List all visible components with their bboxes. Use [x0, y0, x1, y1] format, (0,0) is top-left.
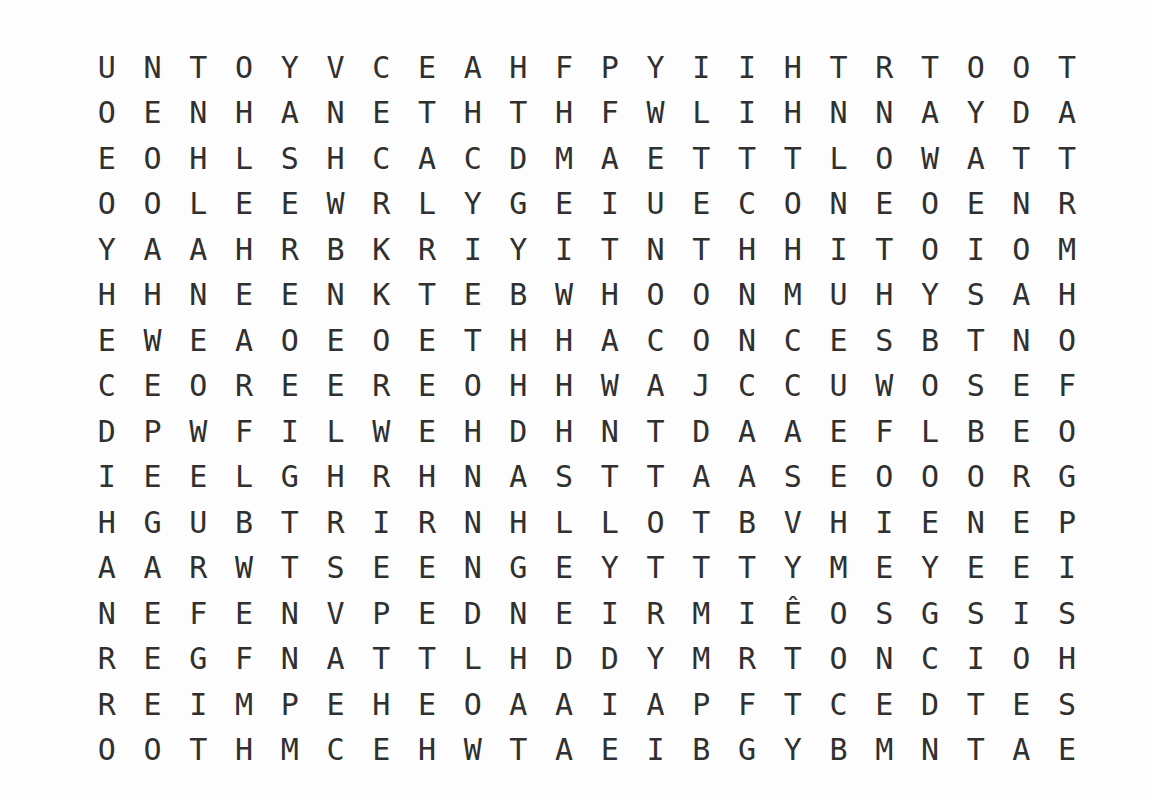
grid-cell[interactable]: H — [130, 273, 176, 319]
grid-cell[interactable]: T — [953, 682, 999, 728]
grid-cell[interactable]: Ê — [770, 591, 816, 637]
grid-cell[interactable]: T — [267, 500, 313, 546]
grid-cell[interactable]: A — [313, 637, 359, 683]
grid-cell[interactable]: A — [953, 136, 999, 182]
grid-cell[interactable]: D — [587, 637, 633, 683]
grid-cell[interactable]: S — [541, 455, 587, 501]
grid-cell[interactable]: T — [953, 728, 999, 774]
grid-cell[interactable]: H — [496, 45, 542, 91]
grid-cell[interactable]: I — [1044, 546, 1090, 592]
grid-cell[interactable]: I — [358, 500, 404, 546]
grid-cell[interactable]: R — [1044, 182, 1090, 228]
grid-cell[interactable]: O — [678, 273, 724, 319]
grid-cell[interactable]: L — [907, 409, 953, 455]
grid-cell[interactable]: A — [496, 682, 542, 728]
grid-cell[interactable]: H — [221, 227, 267, 273]
grid-cell[interactable]: K — [358, 227, 404, 273]
grid-cell[interactable]: L — [678, 91, 724, 137]
grid-cell[interactable]: E — [541, 591, 587, 637]
grid-cell[interactable]: T — [587, 455, 633, 501]
grid-cell[interactable]: F — [724, 682, 770, 728]
grid-cell[interactable]: E — [541, 182, 587, 228]
grid-cell[interactable]: S — [770, 455, 816, 501]
grid-cell[interactable]: O — [953, 455, 999, 501]
grid-cell[interactable]: E — [816, 318, 862, 364]
grid-cell[interactable]: D — [496, 136, 542, 182]
grid-cell[interactable]: T — [953, 318, 999, 364]
grid-cell[interactable]: N — [313, 91, 359, 137]
grid-cell[interactable]: C — [770, 364, 816, 410]
grid-cell[interactable]: T — [816, 45, 862, 91]
grid-cell[interactable]: N — [816, 91, 862, 137]
grid-cell[interactable]: O — [175, 364, 221, 410]
grid-cell[interactable]: M — [1044, 227, 1090, 273]
grid-cell[interactable]: O — [84, 728, 130, 774]
grid-cell[interactable]: I — [175, 682, 221, 728]
grid-cell[interactable]: R — [313, 500, 359, 546]
grid-cell[interactable]: O — [84, 182, 130, 228]
grid-cell[interactable]: A — [724, 455, 770, 501]
grid-cell[interactable]: D — [907, 682, 953, 728]
grid-cell[interactable]: G — [175, 637, 221, 683]
grid-cell[interactable]: H — [496, 500, 542, 546]
grid-cell[interactable]: D — [999, 91, 1045, 137]
grid-cell[interactable]: G — [267, 455, 313, 501]
grid-cell[interactable]: T — [175, 728, 221, 774]
grid-cell[interactable]: E — [404, 409, 450, 455]
grid-cell[interactable]: D — [541, 637, 587, 683]
grid-cell[interactable]: N — [861, 637, 907, 683]
grid-cell[interactable]: S — [267, 136, 313, 182]
grid-cell[interactable]: B — [907, 318, 953, 364]
grid-cell[interactable]: R — [358, 182, 404, 228]
grid-cell[interactable]: N — [999, 318, 1045, 364]
grid-cell[interactable]: E — [404, 546, 450, 592]
grid-cell[interactable]: T — [999, 136, 1045, 182]
grid-cell[interactable]: E — [861, 682, 907, 728]
grid-cell[interactable]: R — [861, 45, 907, 91]
grid-cell[interactable]: C — [313, 728, 359, 774]
grid-cell[interactable]: M — [861, 728, 907, 774]
grid-cell[interactable]: H — [450, 91, 496, 137]
grid-cell[interactable]: O — [633, 273, 679, 319]
grid-cell[interactable]: N — [267, 637, 313, 683]
grid-cell[interactable]: I — [587, 182, 633, 228]
grid-cell[interactable]: H — [541, 364, 587, 410]
grid-cell[interactable]: F — [175, 591, 221, 637]
grid-cell[interactable]: O — [999, 227, 1045, 273]
grid-cell[interactable]: Y — [633, 637, 679, 683]
grid-cell[interactable]: U — [84, 45, 130, 91]
grid-cell[interactable]: T — [724, 546, 770, 592]
grid-cell[interactable]: T — [907, 45, 953, 91]
grid-cell[interactable]: R — [175, 546, 221, 592]
grid-cell[interactable]: Y — [770, 546, 816, 592]
grid-cell[interactable]: H — [313, 136, 359, 182]
grid-cell[interactable]: O — [953, 45, 999, 91]
grid-cell[interactable]: B — [496, 273, 542, 319]
grid-cell[interactable]: N — [907, 728, 953, 774]
grid-cell[interactable]: B — [953, 409, 999, 455]
grid-cell[interactable]: R — [404, 500, 450, 546]
grid-cell[interactable]: F — [587, 91, 633, 137]
grid-cell[interactable]: E — [84, 136, 130, 182]
grid-cell[interactable]: Y — [587, 546, 633, 592]
grid-cell[interactable]: S — [1044, 682, 1090, 728]
grid-cell[interactable]: W — [130, 318, 176, 364]
grid-cell[interactable]: A — [496, 455, 542, 501]
grid-cell[interactable]: E — [221, 273, 267, 319]
grid-cell[interactable]: N — [816, 182, 862, 228]
grid-cell[interactable]: G — [496, 182, 542, 228]
grid-cell[interactable]: H — [175, 136, 221, 182]
grid-cell[interactable]: T — [678, 136, 724, 182]
grid-cell[interactable]: H — [450, 409, 496, 455]
grid-cell[interactable]: I — [84, 455, 130, 501]
grid-cell[interactable]: T — [1044, 136, 1090, 182]
grid-cell[interactable]: H — [541, 318, 587, 364]
grid-cell[interactable]: R — [633, 591, 679, 637]
grid-cell[interactable]: S — [953, 364, 999, 410]
grid-cell[interactable]: P — [587, 45, 633, 91]
grid-cell[interactable]: Y — [84, 227, 130, 273]
grid-cell[interactable]: H — [541, 91, 587, 137]
grid-cell[interactable]: P — [130, 409, 176, 455]
grid-cell[interactable]: J — [678, 364, 724, 410]
grid-cell[interactable]: T — [678, 227, 724, 273]
grid-cell[interactable]: Y — [267, 45, 313, 91]
grid-cell[interactable]: H — [84, 500, 130, 546]
grid-cell[interactable]: T — [724, 136, 770, 182]
grid-cell[interactable]: N — [84, 591, 130, 637]
grid-cell[interactable]: H — [541, 409, 587, 455]
grid-cell[interactable]: I — [267, 409, 313, 455]
grid-cell[interactable]: M — [541, 136, 587, 182]
grid-cell[interactable]: I — [816, 227, 862, 273]
grid-cell[interactable]: E — [999, 546, 1045, 592]
grid-cell[interactable]: B — [816, 728, 862, 774]
grid-cell[interactable]: I — [953, 637, 999, 683]
grid-cell[interactable]: S — [861, 591, 907, 637]
grid-cell[interactable]: T — [633, 409, 679, 455]
grid-cell[interactable]: I — [450, 227, 496, 273]
grid-cell[interactable]: T — [404, 637, 450, 683]
grid-cell[interactable]: E — [953, 182, 999, 228]
grid-cell[interactable]: E — [404, 45, 450, 91]
grid-cell[interactable]: E — [84, 318, 130, 364]
grid-cell[interactable]: N — [496, 591, 542, 637]
grid-cell[interactable]: I — [861, 500, 907, 546]
grid-cell[interactable]: G — [1044, 455, 1090, 501]
grid-cell[interactable]: C — [724, 364, 770, 410]
grid-cell[interactable]: O — [1044, 409, 1090, 455]
grid-cell[interactable]: W — [633, 91, 679, 137]
grid-cell[interactable]: O — [130, 182, 176, 228]
grid-cell[interactable]: E — [999, 682, 1045, 728]
grid-cell[interactable]: M — [816, 546, 862, 592]
grid-cell[interactable]: A — [541, 682, 587, 728]
grid-cell[interactable]: M — [221, 682, 267, 728]
grid-cell[interactable]: T — [496, 91, 542, 137]
grid-cell[interactable]: N — [175, 273, 221, 319]
grid-cell[interactable]: A — [907, 91, 953, 137]
grid-cell[interactable]: G — [130, 500, 176, 546]
grid-cell[interactable]: T — [496, 728, 542, 774]
grid-cell[interactable]: H — [1044, 637, 1090, 683]
grid-cell[interactable]: T — [678, 500, 724, 546]
grid-cell[interactable]: E — [999, 409, 1045, 455]
grid-cell[interactable]: O — [999, 637, 1045, 683]
grid-cell[interactable]: L — [175, 182, 221, 228]
grid-cell[interactable]: O — [678, 318, 724, 364]
grid-cell[interactable]: A — [221, 318, 267, 364]
grid-cell[interactable]: I — [541, 227, 587, 273]
grid-cell[interactable]: I — [953, 227, 999, 273]
grid-cell[interactable]: E — [221, 591, 267, 637]
grid-cell[interactable]: R — [84, 637, 130, 683]
grid-cell[interactable]: A — [130, 546, 176, 592]
grid-cell[interactable]: L — [816, 136, 862, 182]
grid-cell[interactable]: H — [221, 728, 267, 774]
grid-cell[interactable]: A — [450, 45, 496, 91]
grid-cell[interactable]: M — [678, 637, 724, 683]
grid-cell[interactable]: N — [953, 500, 999, 546]
grid-cell[interactable]: H — [404, 728, 450, 774]
grid-cell[interactable]: V — [313, 45, 359, 91]
grid-cell[interactable]: L — [541, 500, 587, 546]
grid-cell[interactable]: O — [999, 45, 1045, 91]
grid-cell[interactable]: N — [587, 409, 633, 455]
grid-cell[interactable]: F — [1044, 364, 1090, 410]
grid-cell[interactable]: P — [267, 682, 313, 728]
grid-cell[interactable]: E — [587, 728, 633, 774]
grid-cell[interactable]: N — [175, 91, 221, 137]
grid-cell[interactable]: E — [999, 500, 1045, 546]
grid-cell[interactable]: I — [724, 91, 770, 137]
grid-cell[interactable]: M — [678, 591, 724, 637]
grid-cell[interactable]: E — [404, 364, 450, 410]
grid-cell[interactable]: O — [130, 728, 176, 774]
grid-cell[interactable]: E — [816, 455, 862, 501]
grid-cell[interactable]: A — [267, 91, 313, 137]
grid-cell[interactable]: B — [313, 227, 359, 273]
grid-cell[interactable]: S — [1044, 591, 1090, 637]
grid-cell[interactable]: W — [313, 182, 359, 228]
grid-cell[interactable]: W — [541, 273, 587, 319]
grid-cell[interactable]: E — [175, 455, 221, 501]
grid-cell[interactable]: E — [130, 91, 176, 137]
grid-cell[interactable]: U — [816, 364, 862, 410]
grid-cell[interactable]: E — [313, 318, 359, 364]
grid-cell[interactable]: E — [358, 91, 404, 137]
grid-cell[interactable]: R — [221, 364, 267, 410]
grid-cell[interactable]: N — [724, 318, 770, 364]
grid-cell[interactable]: P — [358, 591, 404, 637]
grid-cell[interactable]: O — [130, 136, 176, 182]
grid-cell[interactable]: F — [541, 45, 587, 91]
grid-cell[interactable]: O — [907, 364, 953, 410]
grid-cell[interactable]: A — [724, 409, 770, 455]
grid-cell[interactable]: G — [724, 728, 770, 774]
grid-cell[interactable]: N — [450, 455, 496, 501]
grid-cell[interactable]: G — [496, 546, 542, 592]
grid-cell[interactable]: W — [221, 546, 267, 592]
grid-cell[interactable]: A — [1044, 91, 1090, 137]
grid-cell[interactable]: H — [770, 91, 816, 137]
grid-cell[interactable]: A — [770, 409, 816, 455]
grid-cell[interactable]: E — [404, 682, 450, 728]
grid-cell[interactable]: E — [404, 318, 450, 364]
grid-cell[interactable]: A — [587, 136, 633, 182]
grid-cell[interactable]: O — [907, 227, 953, 273]
grid-cell[interactable]: B — [221, 500, 267, 546]
grid-cell[interactable]: E — [633, 136, 679, 182]
grid-cell[interactable]: N — [724, 273, 770, 319]
grid-cell[interactable]: C — [358, 136, 404, 182]
grid-cell[interactable]: L — [404, 182, 450, 228]
grid-cell[interactable]: O — [450, 682, 496, 728]
grid-cell[interactable]: E — [861, 182, 907, 228]
grid-cell[interactable]: A — [587, 318, 633, 364]
grid-cell[interactable]: R — [84, 682, 130, 728]
grid-cell[interactable]: Y — [450, 182, 496, 228]
grid-cell[interactable]: S — [953, 273, 999, 319]
grid-cell[interactable]: V — [770, 500, 816, 546]
grid-cell[interactable]: R — [404, 227, 450, 273]
grid-cell[interactable]: I — [999, 591, 1045, 637]
grid-cell[interactable]: I — [724, 591, 770, 637]
grid-cell[interactable]: W — [358, 409, 404, 455]
grid-cell[interactable]: E — [358, 546, 404, 592]
grid-cell[interactable]: L — [221, 136, 267, 182]
grid-cell[interactable]: F — [221, 409, 267, 455]
grid-cell[interactable]: O — [907, 455, 953, 501]
grid-cell[interactable]: A — [84, 546, 130, 592]
grid-cell[interactable]: A — [175, 227, 221, 273]
grid-cell[interactable]: Y — [953, 91, 999, 137]
grid-cell[interactable]: N — [999, 182, 1045, 228]
grid-cell[interactable]: K — [358, 273, 404, 319]
grid-cell[interactable]: D — [450, 591, 496, 637]
grid-cell[interactable]: E — [541, 546, 587, 592]
grid-cell[interactable]: E — [130, 637, 176, 683]
grid-cell[interactable]: O — [267, 318, 313, 364]
grid-cell[interactable]: L — [313, 409, 359, 455]
grid-cell[interactable]: C — [770, 318, 816, 364]
grid-cell[interactable]: N — [130, 45, 176, 91]
grid-cell[interactable]: E — [175, 318, 221, 364]
grid-cell[interactable]: A — [633, 364, 679, 410]
grid-cell[interactable]: H — [358, 682, 404, 728]
grid-cell[interactable]: A — [999, 728, 1045, 774]
grid-cell[interactable]: R — [999, 455, 1045, 501]
grid-cell[interactable]: C — [816, 682, 862, 728]
grid-cell[interactable]: T — [358, 637, 404, 683]
grid-cell[interactable]: C — [450, 136, 496, 182]
grid-cell[interactable]: E — [1044, 728, 1090, 774]
grid-cell[interactable]: O — [358, 318, 404, 364]
grid-cell[interactable]: A — [633, 682, 679, 728]
grid-cell[interactable]: L — [221, 455, 267, 501]
grid-cell[interactable]: W — [450, 728, 496, 774]
grid-cell[interactable]: T — [267, 546, 313, 592]
grid-cell[interactable]: U — [816, 273, 862, 319]
grid-cell[interactable]: H — [496, 637, 542, 683]
grid-cell[interactable]: W — [861, 364, 907, 410]
grid-cell[interactable]: N — [633, 227, 679, 273]
grid-cell[interactable]: U — [175, 500, 221, 546]
grid-cell[interactable]: C — [358, 45, 404, 91]
grid-cell[interactable]: T — [770, 136, 816, 182]
grid-cell[interactable]: A — [999, 273, 1045, 319]
grid-cell[interactable]: E — [999, 364, 1045, 410]
grid-cell[interactable]: E — [130, 455, 176, 501]
grid-cell[interactable]: I — [587, 682, 633, 728]
grid-cell[interactable]: Y — [907, 273, 953, 319]
grid-cell[interactable]: T — [587, 227, 633, 273]
grid-cell[interactable]: O — [1044, 318, 1090, 364]
grid-cell[interactable]: A — [404, 136, 450, 182]
grid-cell[interactable]: R — [358, 364, 404, 410]
grid-cell[interactable]: E — [953, 546, 999, 592]
grid-cell[interactable]: E — [907, 500, 953, 546]
grid-cell[interactable]: E — [816, 409, 862, 455]
grid-cell[interactable]: O — [861, 136, 907, 182]
grid-cell[interactable]: C — [84, 364, 130, 410]
grid-cell[interactable]: O — [861, 455, 907, 501]
grid-cell[interactable]: I — [724, 45, 770, 91]
grid-cell[interactable]: E — [267, 182, 313, 228]
grid-cell[interactable]: I — [633, 728, 679, 774]
grid-cell[interactable]: W — [907, 136, 953, 182]
grid-cell[interactable]: U — [633, 182, 679, 228]
grid-cell[interactable]: O — [633, 500, 679, 546]
grid-cell[interactable]: L — [450, 637, 496, 683]
grid-cell[interactable]: B — [724, 500, 770, 546]
grid-cell[interactable]: V — [313, 591, 359, 637]
grid-cell[interactable]: D — [84, 409, 130, 455]
grid-cell[interactable]: N — [861, 91, 907, 137]
grid-cell[interactable]: O — [221, 45, 267, 91]
grid-cell[interactable]: H — [724, 227, 770, 273]
grid-cell[interactable]: E — [450, 273, 496, 319]
grid-cell[interactable]: E — [678, 182, 724, 228]
grid-cell[interactable]: T — [404, 91, 450, 137]
grid-cell[interactable]: C — [907, 637, 953, 683]
grid-cell[interactable]: H — [496, 318, 542, 364]
grid-cell[interactable]: E — [130, 682, 176, 728]
grid-cell[interactable]: P — [678, 682, 724, 728]
grid-cell[interactable]: E — [267, 364, 313, 410]
grid-cell[interactable]: Y — [907, 546, 953, 592]
grid-cell[interactable]: P — [1044, 500, 1090, 546]
grid-cell[interactable]: H — [313, 455, 359, 501]
grid-cell[interactable]: O — [907, 182, 953, 228]
grid-cell[interactable]: L — [587, 500, 633, 546]
grid-cell[interactable]: O — [770, 182, 816, 228]
grid-cell[interactable]: D — [678, 409, 724, 455]
grid-cell[interactable]: I — [678, 45, 724, 91]
grid-cell[interactable]: N — [313, 273, 359, 319]
grid-cell[interactable]: C — [724, 182, 770, 228]
grid-cell[interactable]: M — [770, 273, 816, 319]
grid-cell[interactable]: R — [267, 227, 313, 273]
grid-cell[interactable]: H — [770, 45, 816, 91]
grid-cell[interactable]: D — [496, 409, 542, 455]
grid-cell[interactable]: R — [358, 455, 404, 501]
grid-cell[interactable]: N — [450, 546, 496, 592]
grid-cell[interactable]: N — [450, 500, 496, 546]
